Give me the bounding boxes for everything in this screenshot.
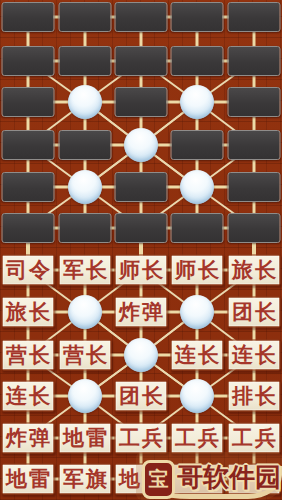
piece-tile[interactable]: 工兵 xyxy=(115,423,168,454)
piece-tile[interactable]: 炸弹 xyxy=(115,297,168,328)
hidden-enemy-piece[interactable] xyxy=(115,172,168,202)
hidden-enemy-piece[interactable] xyxy=(115,87,168,117)
hidden-enemy-piece[interactable] xyxy=(228,213,281,243)
camp-marker[interactable] xyxy=(180,295,214,329)
hidden-enemy-piece[interactable] xyxy=(171,2,224,32)
hidden-enemy-piece[interactable] xyxy=(228,172,281,202)
piece-tile[interactable]: 军长 xyxy=(59,255,112,286)
hidden-enemy-piece[interactable] xyxy=(228,2,281,32)
hidden-enemy-piece[interactable] xyxy=(115,213,168,243)
luzhanqi-screenshot: 司令军长师长师长旅长旅长炸弹团长营长营长连长连长连长团长排长炸弹地雷工兵工兵工兵… xyxy=(0,0,282,500)
piece-tile[interactable]: 连长 xyxy=(2,381,55,412)
hidden-enemy-piece[interactable] xyxy=(59,213,112,243)
piece-tile[interactable]: 军旗 xyxy=(59,464,112,495)
hidden-enemy-piece[interactable] xyxy=(115,46,168,76)
piece-tile[interactable]: 排长 xyxy=(228,381,281,412)
watermark-badge: 宝 xyxy=(142,460,175,499)
hidden-enemy-piece[interactable] xyxy=(59,46,112,76)
hidden-enemy-piece[interactable] xyxy=(228,46,281,76)
camp-marker[interactable] xyxy=(68,170,102,204)
hidden-enemy-piece[interactable] xyxy=(2,46,55,76)
piece-tile[interactable]: 司令 xyxy=(2,255,55,286)
camp-marker[interactable] xyxy=(180,170,214,204)
camp-marker[interactable] xyxy=(124,338,158,372)
camp-marker[interactable] xyxy=(180,85,214,119)
hidden-enemy-piece[interactable] xyxy=(2,172,55,202)
camp-marker[interactable] xyxy=(124,128,158,162)
piece-tile[interactable]: 旅长 xyxy=(228,255,281,286)
camp-marker[interactable] xyxy=(68,379,102,413)
piece-tile[interactable]: 地雷 xyxy=(2,464,55,495)
hidden-enemy-piece[interactable] xyxy=(59,2,112,32)
watermark-text: 哥软件园 xyxy=(177,460,281,495)
camp-marker[interactable] xyxy=(180,379,214,413)
hidden-enemy-piece[interactable] xyxy=(171,46,224,76)
piece-tile[interactable]: 旅长 xyxy=(2,297,55,328)
piece-tile[interactable]: 师长 xyxy=(171,255,224,286)
piece-tile[interactable]: 营长 xyxy=(2,340,55,371)
watermark: 宝 哥软件园 xyxy=(136,452,282,500)
hidden-enemy-piece[interactable] xyxy=(171,130,224,160)
hidden-enemy-piece[interactable] xyxy=(59,130,112,160)
hidden-enemy-piece[interactable] xyxy=(2,213,55,243)
hidden-enemy-piece[interactable] xyxy=(2,87,55,117)
hidden-enemy-piece[interactable] xyxy=(2,130,55,160)
hidden-enemy-piece[interactable] xyxy=(115,2,168,32)
piece-tile[interactable]: 炸弹 xyxy=(2,423,55,454)
camp-marker[interactable] xyxy=(68,295,102,329)
piece-tile[interactable]: 团长 xyxy=(115,381,168,412)
hidden-enemy-piece[interactable] xyxy=(228,87,281,117)
piece-tile[interactable]: 连长 xyxy=(228,340,281,371)
piece-tile[interactable]: 地雷 xyxy=(59,423,112,454)
piece-tile[interactable]: 营长 xyxy=(59,340,112,371)
piece-tile[interactable]: 工兵 xyxy=(171,423,224,454)
hidden-enemy-piece[interactable] xyxy=(228,130,281,160)
piece-tile[interactable]: 连长 xyxy=(171,340,224,371)
hidden-enemy-piece[interactable] xyxy=(171,213,224,243)
piece-tile[interactable]: 师长 xyxy=(115,255,168,286)
hidden-enemy-piece[interactable] xyxy=(2,2,55,32)
piece-tile[interactable]: 团长 xyxy=(228,297,281,328)
piece-tile[interactable]: 工兵 xyxy=(228,423,281,454)
camp-marker[interactable] xyxy=(68,85,102,119)
luzhanqi-board: 司令军长师长师长旅长旅长炸弹团长营长营长连长连长连长团长排长炸弹地雷工兵工兵工兵… xyxy=(0,0,282,500)
